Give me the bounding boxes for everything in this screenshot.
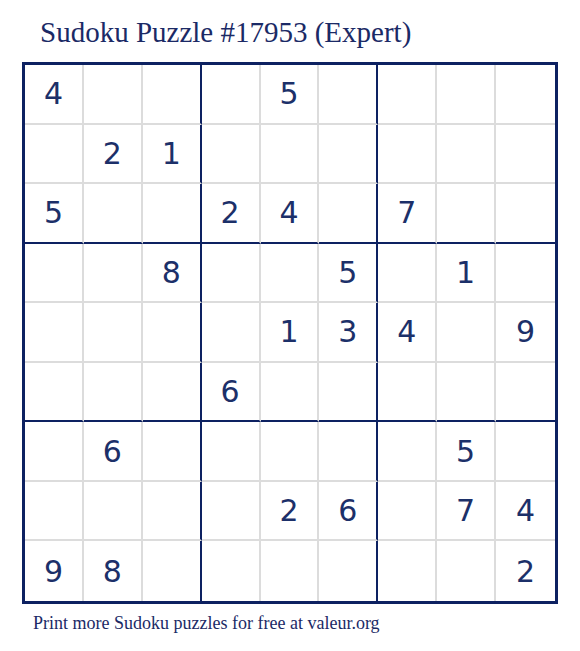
cell-r9c9[interactable]: 2 [496, 541, 555, 601]
cell-r3c8[interactable] [437, 184, 496, 244]
cell-r6c6[interactable] [319, 363, 378, 423]
cell-r9c7[interactable] [378, 541, 437, 601]
cell-r2c6[interactable] [319, 125, 378, 185]
cell-r4c7[interactable] [378, 244, 437, 304]
cell-r5c1[interactable] [25, 303, 84, 363]
cell-r5c5[interactable]: 1 [261, 303, 320, 363]
cell-r9c4[interactable] [202, 541, 261, 601]
cell-r8c3[interactable] [143, 482, 202, 542]
cell-r2c4[interactable] [202, 125, 261, 185]
cell-r7c7[interactable] [378, 422, 437, 482]
cell-r6c5[interactable] [261, 363, 320, 423]
cell-r2c9[interactable] [496, 125, 555, 185]
cell-r5c6[interactable]: 3 [319, 303, 378, 363]
cell-r3c1[interactable]: 5 [25, 184, 84, 244]
cell-r4c2[interactable] [84, 244, 143, 304]
cell-r8c2[interactable] [84, 482, 143, 542]
cell-r1c3[interactable] [143, 65, 202, 125]
page-title: Sudoku Puzzle #17953 (Expert) [40, 14, 411, 50]
cell-r8c1[interactable] [25, 482, 84, 542]
cell-r2c5[interactable] [261, 125, 320, 185]
cell-r9c6[interactable] [319, 541, 378, 601]
cell-r7c9[interactable] [496, 422, 555, 482]
cell-r6c4[interactable]: 6 [202, 363, 261, 423]
cell-r6c2[interactable] [84, 363, 143, 423]
cell-r3c7[interactable]: 7 [378, 184, 437, 244]
cell-r6c9[interactable] [496, 363, 555, 423]
cell-r5c7[interactable]: 4 [378, 303, 437, 363]
cell-r8c9[interactable]: 4 [496, 482, 555, 542]
cell-r7c3[interactable] [143, 422, 202, 482]
cell-r4c8[interactable]: 1 [437, 244, 496, 304]
cell-r2c8[interactable] [437, 125, 496, 185]
cell-r5c3[interactable] [143, 303, 202, 363]
cell-r6c1[interactable] [25, 363, 84, 423]
cell-r3c2[interactable] [84, 184, 143, 244]
cell-r2c7[interactable] [378, 125, 437, 185]
cell-r7c1[interactable] [25, 422, 84, 482]
cell-r3c3[interactable] [143, 184, 202, 244]
cell-r5c9[interactable]: 9 [496, 303, 555, 363]
cell-r7c4[interactable] [202, 422, 261, 482]
cell-r9c8[interactable] [437, 541, 496, 601]
cell-r5c2[interactable] [84, 303, 143, 363]
cell-r3c6[interactable] [319, 184, 378, 244]
cell-r4c6[interactable]: 5 [319, 244, 378, 304]
sudoku-board: 4521524785113496652674982 [22, 62, 558, 604]
cell-r1c9[interactable] [496, 65, 555, 125]
cell-r3c9[interactable] [496, 184, 555, 244]
cell-r4c9[interactable] [496, 244, 555, 304]
cell-r8c7[interactable] [378, 482, 437, 542]
cell-r2c3[interactable]: 1 [143, 125, 202, 185]
cell-r1c2[interactable] [84, 65, 143, 125]
cell-r3c4[interactable]: 2 [202, 184, 261, 244]
cell-r7c2[interactable]: 6 [84, 422, 143, 482]
cell-r1c6[interactable] [319, 65, 378, 125]
cell-r6c7[interactable] [378, 363, 437, 423]
cell-r1c1[interactable]: 4 [25, 65, 84, 125]
footer-text: Print more Sudoku puzzles for free at va… [33, 613, 380, 634]
cell-r6c3[interactable] [143, 363, 202, 423]
cell-r1c4[interactable] [202, 65, 261, 125]
cell-r3c5[interactable]: 4 [261, 184, 320, 244]
cell-r4c1[interactable] [25, 244, 84, 304]
cell-r9c1[interactable]: 9 [25, 541, 84, 601]
cell-r2c2[interactable]: 2 [84, 125, 143, 185]
cell-r9c2[interactable]: 8 [84, 541, 143, 601]
cell-r7c8[interactable]: 5 [437, 422, 496, 482]
cell-r4c3[interactable]: 8 [143, 244, 202, 304]
cell-r5c8[interactable] [437, 303, 496, 363]
cell-r1c8[interactable] [437, 65, 496, 125]
cell-r8c5[interactable]: 2 [261, 482, 320, 542]
cell-r9c5[interactable] [261, 541, 320, 601]
cell-r8c6[interactable]: 6 [319, 482, 378, 542]
cell-r2c1[interactable] [25, 125, 84, 185]
cell-r5c4[interactable] [202, 303, 261, 363]
cell-r8c8[interactable]: 7 [437, 482, 496, 542]
cell-r1c5[interactable]: 5 [261, 65, 320, 125]
cell-r1c7[interactable] [378, 65, 437, 125]
cell-r6c8[interactable] [437, 363, 496, 423]
cell-r7c6[interactable] [319, 422, 378, 482]
cell-r8c4[interactable] [202, 482, 261, 542]
cell-r4c4[interactable] [202, 244, 261, 304]
cell-r7c5[interactable] [261, 422, 320, 482]
cell-r9c3[interactable] [143, 541, 202, 601]
cell-r4c5[interactable] [261, 244, 320, 304]
